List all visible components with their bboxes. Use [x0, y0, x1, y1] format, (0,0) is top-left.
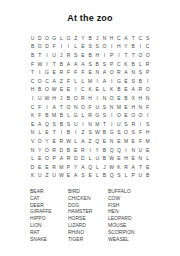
grid-cell: U	[72, 120, 79, 129]
grid-cell: K	[87, 86, 94, 95]
grid-cell: F	[87, 103, 94, 112]
grid-cell: B	[122, 94, 129, 103]
grid-cell: O	[130, 111, 137, 120]
grid-cell: C	[79, 86, 86, 95]
grid-cell: F	[29, 60, 36, 69]
grid-cell: E	[58, 86, 65, 95]
grid-cell: F	[137, 137, 144, 146]
grid-cell: E	[144, 163, 151, 172]
grid-cell: R	[87, 111, 94, 120]
grid-cell: H	[108, 34, 115, 43]
grid-cell: S	[137, 68, 144, 77]
grid-cell: Q	[108, 172, 115, 181]
grid-cell: I	[108, 111, 115, 120]
grid-cell: D	[58, 146, 65, 155]
grid-cell: S	[87, 43, 94, 52]
grid-cell: Z	[79, 129, 86, 138]
grid-cell: E	[122, 86, 129, 95]
word-item: LIZARD	[68, 222, 108, 229]
grid-cell: S	[115, 129, 122, 138]
grid-cell: R	[79, 146, 86, 155]
grid-cell: T	[130, 51, 137, 60]
grid-cell: I	[94, 94, 101, 103]
grid-cell: L	[79, 77, 86, 86]
grid-cell: F	[72, 68, 79, 77]
grid-cell: M	[87, 77, 94, 86]
word-item: LION	[30, 222, 68, 229]
grid-cell: A	[79, 60, 86, 69]
grid-cell: A	[122, 34, 129, 43]
grid-cell: H	[29, 86, 36, 95]
grid-cell: C	[137, 34, 144, 43]
grid-cell: W	[43, 94, 50, 103]
grid-cell: Y	[122, 43, 129, 52]
grid-cell: O	[122, 129, 129, 138]
grid-cell: H	[115, 43, 122, 52]
grid-cell: L	[65, 111, 72, 120]
grid-cell: B	[43, 111, 50, 120]
grid-cell: E	[115, 94, 122, 103]
grid-cell: C	[43, 77, 50, 86]
grid-cell: F	[51, 43, 58, 52]
grid-cell: S	[101, 111, 108, 120]
grid-cell: E	[115, 154, 122, 163]
grid-cell: A	[65, 60, 72, 69]
grid-cell: S	[65, 120, 72, 129]
grid-cell: Z	[58, 77, 65, 86]
grid-cell: I	[43, 60, 50, 69]
grid-cell: O	[144, 51, 151, 60]
grid-cell: C	[144, 43, 151, 52]
grid-cell: P	[108, 60, 115, 69]
grid-cell: X	[130, 94, 137, 103]
grid-cell: G	[108, 129, 115, 138]
grid-cell: U	[36, 172, 43, 181]
grid-cell: I	[108, 77, 115, 86]
word-item: BEAR	[30, 188, 68, 195]
grid-cell: B	[87, 34, 94, 43]
grid-cell: N	[137, 103, 144, 112]
grid-cell: Z	[43, 172, 50, 181]
grid-cell: H	[87, 94, 94, 103]
grid-cell: A	[51, 77, 58, 86]
grid-cell: W	[94, 129, 101, 138]
word-column: BIRDCHICKENDOGHAMSTERHORSELIZARDRHINOTIG…	[68, 188, 108, 242]
grid-cell: Q	[94, 137, 101, 146]
grid-cell: I	[79, 120, 86, 129]
grid-cell: N	[29, 129, 36, 138]
grid-cell: S	[94, 43, 101, 52]
grid-cell: D	[36, 34, 43, 43]
grid-cell: R	[65, 154, 72, 163]
grid-cell: I	[137, 120, 144, 129]
grid-cell: L	[29, 154, 36, 163]
grid-cell: U	[29, 34, 36, 43]
grid-cell: M	[51, 111, 58, 120]
grid-cell: E	[79, 51, 86, 60]
grid-cell: Y	[36, 146, 43, 155]
grid-cell: F	[79, 68, 86, 77]
grid-cell: A	[72, 60, 79, 69]
grid-cell: O	[115, 111, 122, 120]
grid-cell: W	[108, 163, 115, 172]
word-item: MOUSE	[108, 222, 168, 229]
grid-cell: R	[65, 51, 72, 60]
grid-cell: S	[72, 51, 79, 60]
grid-cell: R	[137, 86, 144, 95]
word-column: BEARCATDEERGIRAFFEHIPPOLIONRATSNAKE	[30, 188, 68, 242]
grid-cell: V	[29, 137, 36, 146]
grid-cell: N	[29, 146, 36, 155]
grid-cell: A	[101, 68, 108, 77]
grid-cell: M	[115, 103, 122, 112]
word-item: FISH	[108, 202, 168, 209]
word-item: COW	[108, 195, 168, 202]
grid-cell: L	[58, 34, 65, 43]
grid-cell: O	[137, 51, 144, 60]
grid-cell: I	[108, 43, 115, 52]
grid-cell: K	[115, 163, 122, 172]
grid-cell: E	[65, 172, 72, 181]
grid-cell: W	[108, 154, 115, 163]
grid-cell: B	[115, 86, 122, 95]
grid-cell: I	[108, 120, 115, 129]
grid-cell: F	[144, 103, 151, 112]
grid-cell: U	[137, 146, 144, 155]
grid-cell: S	[144, 34, 151, 43]
grid-cell: T	[101, 120, 108, 129]
grid-cell: A	[79, 163, 86, 172]
grid-cell: A	[122, 68, 129, 77]
grid-cell: P	[130, 172, 137, 181]
grid-cell: C	[29, 103, 36, 112]
grid-cell: S	[122, 120, 129, 129]
grid-cell: F	[65, 68, 72, 77]
word-item: BIRD	[68, 188, 108, 195]
grid-cell: T	[122, 51, 129, 60]
grid-cell: M	[122, 137, 129, 146]
grid-cell: B	[130, 43, 137, 52]
grid-cell: S	[79, 172, 86, 181]
grid-cell: R	[144, 60, 151, 69]
grid-cell: B	[65, 146, 72, 155]
grid-cell: J	[101, 163, 108, 172]
grid-cell: I	[122, 146, 129, 155]
grid-cell: O	[108, 68, 115, 77]
grid-cell: B	[101, 146, 108, 155]
grid-cell: K	[108, 86, 115, 95]
grid-cell: Q	[43, 120, 50, 129]
grid-cell: O	[79, 103, 86, 112]
grid-cell: M	[94, 120, 101, 129]
grid-cell: S	[130, 129, 137, 138]
grid-cell: Z	[72, 34, 79, 43]
grid-cell: H	[122, 154, 129, 163]
grid-cell: N	[72, 103, 79, 112]
grid-cell: O	[43, 154, 50, 163]
grid-cell: S	[115, 172, 122, 181]
grid-cell: B	[58, 60, 65, 69]
grid-cell: A	[51, 103, 58, 112]
word-item: DEER	[30, 202, 68, 209]
grid-cell: P	[65, 163, 72, 172]
grid-cell: B	[87, 51, 94, 60]
grid-cell: B	[137, 77, 144, 86]
word-item: SCORPION	[108, 229, 168, 236]
grid-cell: L	[122, 172, 129, 181]
grid-cell: H	[51, 94, 58, 103]
grid-cell: E	[144, 146, 151, 155]
grid-cell: K	[29, 172, 36, 181]
grid-cell: W	[65, 137, 72, 146]
grid-cell: A	[79, 137, 86, 146]
grid-cell: E	[122, 111, 129, 120]
grid-cell: U	[94, 154, 101, 163]
grid-cell: N	[94, 68, 101, 77]
grid-cell: U	[51, 172, 58, 181]
grid-cell: A	[58, 154, 65, 163]
grid-cell: N	[144, 94, 151, 103]
word-item: RAT	[30, 229, 68, 236]
grid-cell: Z	[87, 137, 94, 146]
grid-cell: S	[144, 120, 151, 129]
grid-cell: U	[51, 51, 58, 60]
grid-cell: I	[29, 94, 36, 103]
grid-cell: E	[87, 172, 94, 181]
grid-cell: E	[36, 163, 43, 172]
grid-cell: P	[108, 51, 115, 60]
grid-cell: R	[51, 146, 58, 155]
grid-cell: W	[58, 172, 65, 181]
grid-cell: B	[101, 172, 108, 181]
grid-cell: L	[72, 137, 79, 146]
grid-cell: A	[101, 77, 108, 86]
puzzle-title: At the zoo	[0, 13, 180, 23]
grid-cell: R	[51, 163, 58, 172]
grid-cell: K	[122, 60, 129, 69]
grid-cell: R	[115, 68, 122, 77]
grid-cell: G	[51, 34, 58, 43]
grid-cell: F	[36, 111, 43, 120]
grid-cell: L	[137, 60, 144, 69]
grid-cell: U	[137, 172, 144, 181]
grid-cell: J	[58, 51, 65, 60]
grid-cell: A	[130, 163, 137, 172]
grid-cell: Y	[43, 137, 50, 146]
grid-cell: L	[36, 129, 43, 138]
word-search-grid: UDOGLGZYBJNHCATCSBODFIILESSOIHYBICBTIUJR…	[29, 34, 151, 180]
grid-cell: N	[108, 137, 115, 146]
grid-cell: F	[36, 103, 43, 112]
grid-cell: H	[137, 94, 144, 103]
word-item: BUFFALO	[108, 188, 168, 195]
grid-cell: S	[130, 77, 137, 86]
word-item: HAMSTER	[68, 208, 108, 215]
grid-cell: I	[137, 43, 144, 52]
grid-cell: L	[94, 172, 101, 181]
word-item: LEOPARD	[108, 215, 168, 222]
grid-cell: G	[115, 77, 122, 86]
grid-cell: E	[72, 146, 79, 155]
grid-cell: H	[130, 103, 137, 112]
grid-cell: I	[144, 77, 151, 86]
grid-cell: R	[58, 68, 65, 77]
grid-cell: E	[51, 68, 58, 77]
grid-cell: E	[79, 43, 86, 52]
grid-cell: I	[115, 51, 122, 60]
grid-cell: C	[29, 77, 36, 86]
grid-cell: L	[72, 43, 79, 52]
grid-cell: O	[36, 43, 43, 52]
grid-cell: I	[72, 129, 79, 138]
grid-cell: E	[130, 137, 137, 146]
grid-cell: B	[94, 60, 101, 69]
word-item: HORSE	[68, 215, 108, 222]
grid-cell: I	[36, 68, 43, 77]
grid-cell: N	[101, 34, 108, 43]
grid-cell: D	[79, 154, 86, 163]
grid-cell: I	[43, 103, 50, 112]
grid-cell: B	[130, 60, 137, 69]
grid-cell: I	[58, 129, 65, 138]
grid-cell: E	[65, 86, 72, 95]
grid-cell: I	[65, 43, 72, 52]
grid-cell: G	[65, 34, 72, 43]
grid-cell: B	[101, 129, 108, 138]
grid-cell: B	[36, 86, 43, 95]
grid-cell: L	[144, 154, 151, 163]
grid-cell: I	[94, 77, 101, 86]
grid-cell: I	[144, 111, 151, 120]
grid-cell: O	[137, 111, 144, 120]
grid-cell: T	[51, 60, 58, 69]
grid-cell: O	[72, 94, 79, 103]
grid-cell: J	[94, 34, 101, 43]
grid-cell: G	[72, 111, 79, 120]
grid-cell: N	[87, 120, 94, 129]
grid-cell: O	[65, 103, 72, 112]
word-list: BEARCATDEERGIRAFFEHIPPOLIONRATSNAKEBIRDC…	[30, 188, 168, 242]
grid-cell: E	[115, 137, 122, 146]
grid-cell: R	[58, 137, 65, 146]
grid-cell: E	[43, 129, 50, 138]
grid-cell: E	[36, 154, 43, 163]
grid-cell: O	[36, 77, 43, 86]
grid-cell: G	[94, 111, 101, 120]
grid-cell: B	[144, 172, 151, 181]
grid-cell: N	[130, 146, 137, 155]
grid-cell: I	[58, 43, 65, 52]
grid-cell: O	[43, 34, 50, 43]
grid-cell: L	[87, 154, 94, 163]
word-item: GIRAFFE	[30, 208, 68, 215]
grid-cell: T	[130, 34, 137, 43]
grid-cell: E	[122, 103, 129, 112]
grid-cell: Q	[115, 146, 122, 155]
grid-cell: C	[115, 60, 122, 69]
grid-cell: B	[58, 111, 65, 120]
grid-cell: G	[43, 68, 50, 77]
grid-cell: U	[94, 103, 101, 112]
grid-cell: S	[101, 60, 108, 69]
grid-cell: N	[101, 94, 108, 103]
grid-cell: E	[87, 68, 94, 77]
word-item: CHICKEN	[68, 195, 108, 202]
grid-cell: B	[65, 94, 72, 103]
grid-cell: K	[29, 111, 36, 120]
grid-cell: F	[65, 77, 72, 86]
word-item: WEASEL	[108, 236, 168, 243]
grid-cell: E	[101, 137, 108, 146]
grid-cell: Q	[108, 146, 115, 155]
grid-cell: C	[115, 34, 122, 43]
grid-cell: B	[29, 51, 36, 60]
grid-cell: D	[43, 43, 50, 52]
grid-cell: T	[51, 129, 58, 138]
grid-cell: Y	[94, 146, 101, 155]
grid-cell: A	[72, 172, 79, 181]
grid-cell: R	[122, 163, 129, 172]
grid-cell: P	[51, 154, 58, 163]
grid-cell: I	[43, 51, 50, 60]
grid-cell: R	[79, 94, 86, 103]
grid-cell: E	[130, 154, 137, 163]
grid-cell: S	[87, 129, 94, 138]
grid-cell: P	[144, 68, 151, 77]
grid-cell: O	[101, 43, 108, 52]
grid-cell: N	[108, 103, 115, 112]
grid-cell: B	[29, 43, 36, 52]
grid-cell: B	[101, 154, 108, 163]
grid-cell: O	[36, 137, 43, 146]
word-item: HEN	[108, 208, 168, 215]
grid-cell: S	[51, 120, 58, 129]
grid-cell: T	[137, 163, 144, 172]
grid-cell: F	[137, 129, 144, 138]
grid-cell: Y	[79, 34, 86, 43]
word-item: RHINO	[68, 229, 108, 236]
grid-cell: T	[29, 68, 36, 77]
grid-cell: I	[87, 146, 94, 155]
grid-cell: W	[51, 86, 58, 95]
grid-cell: T	[36, 51, 43, 60]
grid-cell: I	[72, 86, 79, 95]
grid-cell: T	[58, 103, 65, 112]
grid-cell: O	[108, 94, 115, 103]
grid-cell: N	[137, 154, 144, 163]
word-item: HIPPO	[30, 215, 68, 222]
grid-cell: H	[94, 51, 101, 60]
grid-cell: A	[36, 120, 43, 129]
worksheet-page: At the zoo UDOGLGZYBJNHCATCSBODFIILESSOI…	[0, 0, 180, 256]
word-column: BUFFALOCOWFISHHENLEOPARDMOUSESCORPIONWEA…	[108, 188, 168, 242]
grid-cell: D	[29, 163, 36, 172]
grid-cell: U	[36, 94, 43, 103]
grid-cell: B	[65, 129, 72, 138]
grid-cell: E	[43, 163, 50, 172]
word-item: CAT	[30, 195, 68, 202]
grid-cell: N	[130, 68, 137, 77]
grid-cell: L	[101, 86, 108, 95]
grid-cell: O	[144, 86, 151, 95]
grid-cell: S	[87, 60, 94, 69]
word-item: TIGER	[68, 236, 108, 243]
grid-cell: R	[130, 120, 137, 129]
word-item: SNAKE	[30, 236, 68, 243]
grid-cell: B	[58, 120, 65, 129]
grid-cell: L	[79, 111, 86, 120]
grid-cell: Q	[87, 163, 94, 172]
